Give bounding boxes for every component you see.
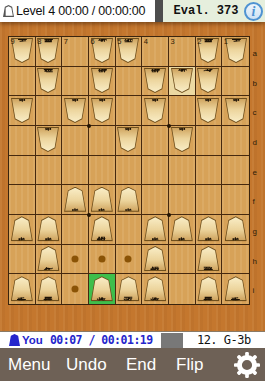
square-8d[interactable]: 歩兵 <box>36 126 63 156</box>
hoshi-dot <box>87 124 91 128</box>
file-label-3: 3 <box>171 38 175 46</box>
rank-label-i: i <box>253 287 255 295</box>
piece-歩兵-1c[interactable]: 歩兵 <box>225 98 247 123</box>
square-6e[interactable] <box>89 156 116 186</box>
square-5e[interactable] <box>116 156 143 186</box>
piece-歩兵-6f[interactable]: 歩兵 <box>91 187 113 212</box>
square-1h[interactable] <box>222 245 249 275</box>
piece-角行-8h[interactable]: 角行 <box>37 246 59 271</box>
square-9c[interactable]: 歩兵 <box>9 96 36 126</box>
square-4h[interactable]: 銀将 <box>142 245 169 275</box>
file-label-6: 6 <box>91 38 95 46</box>
undo-button[interactable]: Undo <box>66 348 107 381</box>
square-9i[interactable]: 香車 <box>9 274 36 304</box>
square-9g[interactable]: 歩兵 <box>9 215 36 245</box>
square-5b[interactable] <box>116 67 143 97</box>
square-1i[interactable]: 香車 <box>222 274 249 304</box>
square-6d[interactable] <box>89 126 116 156</box>
piece-歩兵-9g[interactable]: 歩兵 <box>11 216 33 241</box>
square-5h[interactable] <box>116 245 143 275</box>
square-1b[interactable] <box>222 67 249 97</box>
thinking-indicator <box>161 333 183 348</box>
square-3e[interactable] <box>169 156 196 186</box>
piece-桂馬-8i[interactable]: 桂馬 <box>37 276 59 301</box>
square-8e[interactable] <box>36 156 63 186</box>
piece-歩兵-2g[interactable]: 歩兵 <box>197 216 219 241</box>
square-8f[interactable] <box>36 185 63 215</box>
piece-歩兵-2c[interactable]: 歩兵 <box>197 98 219 123</box>
square-6h[interactable] <box>89 245 116 275</box>
piece-歩兵-3d[interactable]: 歩兵 <box>171 127 193 152</box>
piece-金将-6i[interactable]: 金将 <box>91 276 113 301</box>
piece-金将-3b[interactable]: 金将 <box>171 68 193 93</box>
board-background: 香車桂馬金将玉将桂馬香車飛車銀将銀将金将角行歩兵歩兵歩兵歩兵歩兵歩兵歩兵歩兵歩兵… <box>0 22 265 331</box>
square-2g[interactable]: 歩兵 <box>196 215 223 245</box>
info-icon[interactable]: i <box>244 2 263 21</box>
square-9e[interactable] <box>9 156 36 186</box>
square-7b[interactable] <box>62 67 89 97</box>
square-3d[interactable]: 歩兵 <box>169 126 196 156</box>
square-9h[interactable] <box>9 245 36 275</box>
square-8i[interactable]: 桂馬 <box>36 274 63 304</box>
square-2d[interactable] <box>196 126 223 156</box>
move-hint-dot[interactable] <box>98 255 105 262</box>
file-label-2: 2 <box>197 38 201 46</box>
piece-歩兵-9c[interactable]: 歩兵 <box>11 98 33 123</box>
square-4i[interactable]: 金将 <box>142 274 169 304</box>
square-4c[interactable]: 歩兵 <box>142 96 169 126</box>
player-time: 00:07 / 00:01:19 <box>50 333 153 347</box>
square-1e[interactable] <box>222 156 249 186</box>
file-label-7: 7 <box>64 38 68 46</box>
settings-gear-icon[interactable] <box>234 352 260 378</box>
rank-label-d: d <box>253 139 257 147</box>
square-7e[interactable] <box>62 156 89 186</box>
square-1f[interactable] <box>222 185 249 215</box>
square-8h[interactable]: 角行 <box>36 245 63 275</box>
square-5c[interactable] <box>116 96 143 126</box>
piece-香車-9i[interactable]: 香車 <box>11 276 33 301</box>
piece-金将-4i[interactable]: 金将 <box>144 276 166 301</box>
square-4d[interactable] <box>142 126 169 156</box>
piece-歩兵-3g[interactable]: 歩兵 <box>171 216 193 241</box>
piece-銀将-6g[interactable]: 銀将 <box>91 216 113 241</box>
file-label-5: 5 <box>117 38 121 46</box>
square-3i[interactable] <box>169 274 196 304</box>
move-hint-dot[interactable] <box>125 255 132 262</box>
square-1c[interactable]: 歩兵 <box>222 96 249 126</box>
flip-button[interactable]: Flip <box>176 348 203 381</box>
square-2c[interactable]: 歩兵 <box>196 96 223 126</box>
square-5g[interactable] <box>116 215 143 245</box>
file-label-4: 4 <box>144 38 148 46</box>
topbar-divider <box>155 0 163 22</box>
end-button[interactable]: End <box>126 348 156 381</box>
square-7d[interactable] <box>62 126 89 156</box>
square-6i[interactable]: 金将 <box>89 274 116 304</box>
piece-歩兵-7f[interactable]: 歩兵 <box>64 187 86 212</box>
piece-歩兵-5f[interactable]: 歩兵 <box>117 187 139 212</box>
file-label-9: 9 <box>11 38 15 46</box>
square-6g[interactable]: 銀将 <box>89 215 116 245</box>
piece-角行-2b[interactable]: 角行 <box>197 68 219 93</box>
square-9b[interactable] <box>9 67 36 97</box>
opponent-time: 00:00 / 00:00:00 <box>58 4 145 18</box>
file-label-8: 8 <box>37 38 41 46</box>
rank-label-g: g <box>253 228 257 236</box>
opponent-status-bar: Level 4 00:00 / 00:00:00 Eval. 373 i <box>0 0 265 22</box>
file-label-1: 1 <box>224 38 228 46</box>
move-hint-dot[interactable] <box>72 255 79 262</box>
board-grid: 香車桂馬金将玉将桂馬香車飛車銀将銀将金将角行歩兵歩兵歩兵歩兵歩兵歩兵歩兵歩兵歩兵… <box>9 37 249 304</box>
rank-label-a: a <box>253 50 257 58</box>
piece-歩兵-4c[interactable]: 歩兵 <box>144 98 166 123</box>
player-label: You <box>22 334 43 346</box>
piece-歩兵-8g[interactable]: 歩兵 <box>37 216 59 241</box>
square-1d[interactable] <box>222 126 249 156</box>
square-9f[interactable] <box>9 185 36 215</box>
move-hint-dot[interactable] <box>72 286 79 293</box>
square-3b[interactable]: 金将 <box>169 67 196 97</box>
piece-歩兵-4g[interactable]: 歩兵 <box>144 216 166 241</box>
square-3h[interactable] <box>169 245 196 275</box>
square-5f[interactable]: 歩兵 <box>116 185 143 215</box>
square-7f[interactable]: 歩兵 <box>62 185 89 215</box>
piece-歩兵-8d[interactable]: 歩兵 <box>37 127 59 152</box>
square-8c[interactable] <box>36 96 63 126</box>
rank-label-f: f <box>253 198 255 206</box>
square-4b[interactable]: 銀将 <box>142 67 169 97</box>
sente-piece-icon <box>9 334 20 346</box>
menu-button[interactable]: Menu <box>8 348 51 381</box>
piece-飛車-2h[interactable]: 飛車 <box>197 246 219 271</box>
piece-歩兵-1g[interactable]: 歩兵 <box>225 216 247 241</box>
rank-label-e: e <box>253 169 257 177</box>
rank-label-c: c <box>253 109 257 117</box>
piece-王将-5i[interactable]: 王将 <box>117 276 139 301</box>
square-2f[interactable] <box>196 185 223 215</box>
square-8b[interactable]: 飛車 <box>36 67 63 97</box>
piece-香車-1i[interactable]: 香車 <box>225 276 247 301</box>
square-7g[interactable] <box>62 215 89 245</box>
shogi-board: 香車桂馬金将玉将桂馬香車飛車銀将銀将金将角行歩兵歩兵歩兵歩兵歩兵歩兵歩兵歩兵歩兵… <box>8 36 250 305</box>
piece-歩兵-7c[interactable]: 歩兵 <box>64 98 86 123</box>
piece-歩兵-5d[interactable]: 歩兵 <box>117 127 139 152</box>
square-8g[interactable]: 歩兵 <box>36 215 63 245</box>
piece-銀将-4h[interactable]: 銀将 <box>144 246 166 271</box>
piece-歩兵-6c[interactable]: 歩兵 <box>91 98 113 123</box>
last-move-label: 12. G-3b <box>183 333 265 347</box>
bottom-toolbar: MenuUndoEndFlip <box>0 348 265 381</box>
piece-銀将-6b[interactable]: 銀将 <box>91 68 113 93</box>
square-1g[interactable]: 歩兵 <box>222 215 249 245</box>
piece-銀将-4b[interactable]: 銀将 <box>144 68 166 93</box>
square-3c[interactable] <box>169 96 196 126</box>
square-6b[interactable]: 銀将 <box>89 67 116 97</box>
square-9d[interactable] <box>9 126 36 156</box>
square-2i[interactable]: 桂馬 <box>196 274 223 304</box>
player-status-bar: You 00:07 / 00:01:19 12. G-3b <box>0 331 265 348</box>
square-6c[interactable]: 歩兵 <box>89 96 116 126</box>
square-4g[interactable]: 歩兵 <box>142 215 169 245</box>
eval-text: Eval. 373 <box>174 4 239 18</box>
square-3g[interactable]: 歩兵 <box>169 215 196 245</box>
square-6f[interactable]: 歩兵 <box>89 185 116 215</box>
rank-label-h: h <box>253 258 257 266</box>
hoshi-dot <box>167 124 171 128</box>
gote-piece-icon <box>3 5 14 17</box>
opponent-label: Level 4 00:00 / 00:00:00 <box>16 4 145 18</box>
square-2e[interactable] <box>196 156 223 186</box>
square-2h[interactable]: 飛車 <box>196 245 223 275</box>
square-5d[interactable]: 歩兵 <box>116 126 143 156</box>
square-2b[interactable]: 角行 <box>196 67 223 97</box>
piece-飛車-8b[interactable]: 飛車 <box>37 68 59 93</box>
piece-桂馬-2i[interactable]: 桂馬 <box>197 276 219 301</box>
square-4e[interactable] <box>142 156 169 186</box>
square-7i[interactable] <box>62 274 89 304</box>
square-7h[interactable] <box>62 245 89 275</box>
hoshi-dot <box>87 213 91 217</box>
shogi-app-screen: Level 4 00:00 / 00:00:00 Eval. 373 i 香車桂… <box>0 0 265 381</box>
square-4f[interactable] <box>142 185 169 215</box>
square-5i[interactable]: 王将 <box>116 274 143 304</box>
rank-label-b: b <box>253 80 257 88</box>
hoshi-dot <box>167 213 171 217</box>
square-3f[interactable] <box>169 185 196 215</box>
square-7c[interactable]: 歩兵 <box>62 96 89 126</box>
